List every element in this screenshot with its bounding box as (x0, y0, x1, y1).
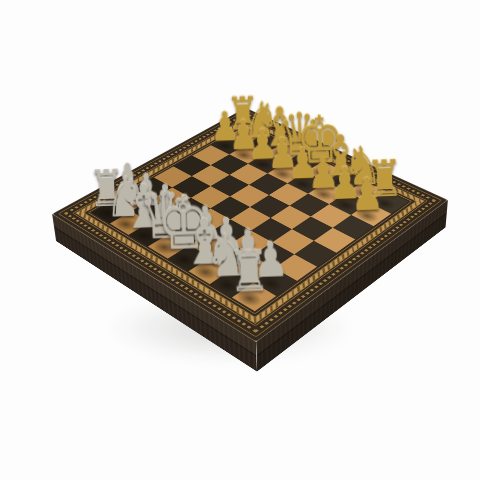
perspective-scene: ♜♞♝♛♚♝♞♜♟♟♟♟♟♟♟♟♟♟♟♟♟♟♟♟♜♞♝♛♚♝♞♜ (0, 0, 480, 480)
chess-board-case: ♜♞♝♛♚♝♞♜♟♟♟♟♟♟♟♟♟♟♟♟♟♟♟♟♜♞♝♛♚♝♞♜ (52, 108, 448, 342)
product-photo: ♜♞♝♛♚♝♞♜♟♟♟♟♟♟♟♟♟♟♟♟♟♟♟♟♜♞♝♛♚♝♞♜ (0, 0, 480, 480)
piece-white-rook: ♜ (223, 242, 275, 300)
piece-glyph: ♟ (350, 171, 384, 217)
board-top-face: ♜♞♝♛♚♝♞♜♟♟♟♟♟♟♟♟♟♟♟♟♟♟♟♟♜♞♝♛♚♝♞♜ (52, 108, 448, 342)
piece-black-pawn: ♟ (346, 171, 388, 217)
piece-glyph: ♜ (228, 242, 271, 300)
